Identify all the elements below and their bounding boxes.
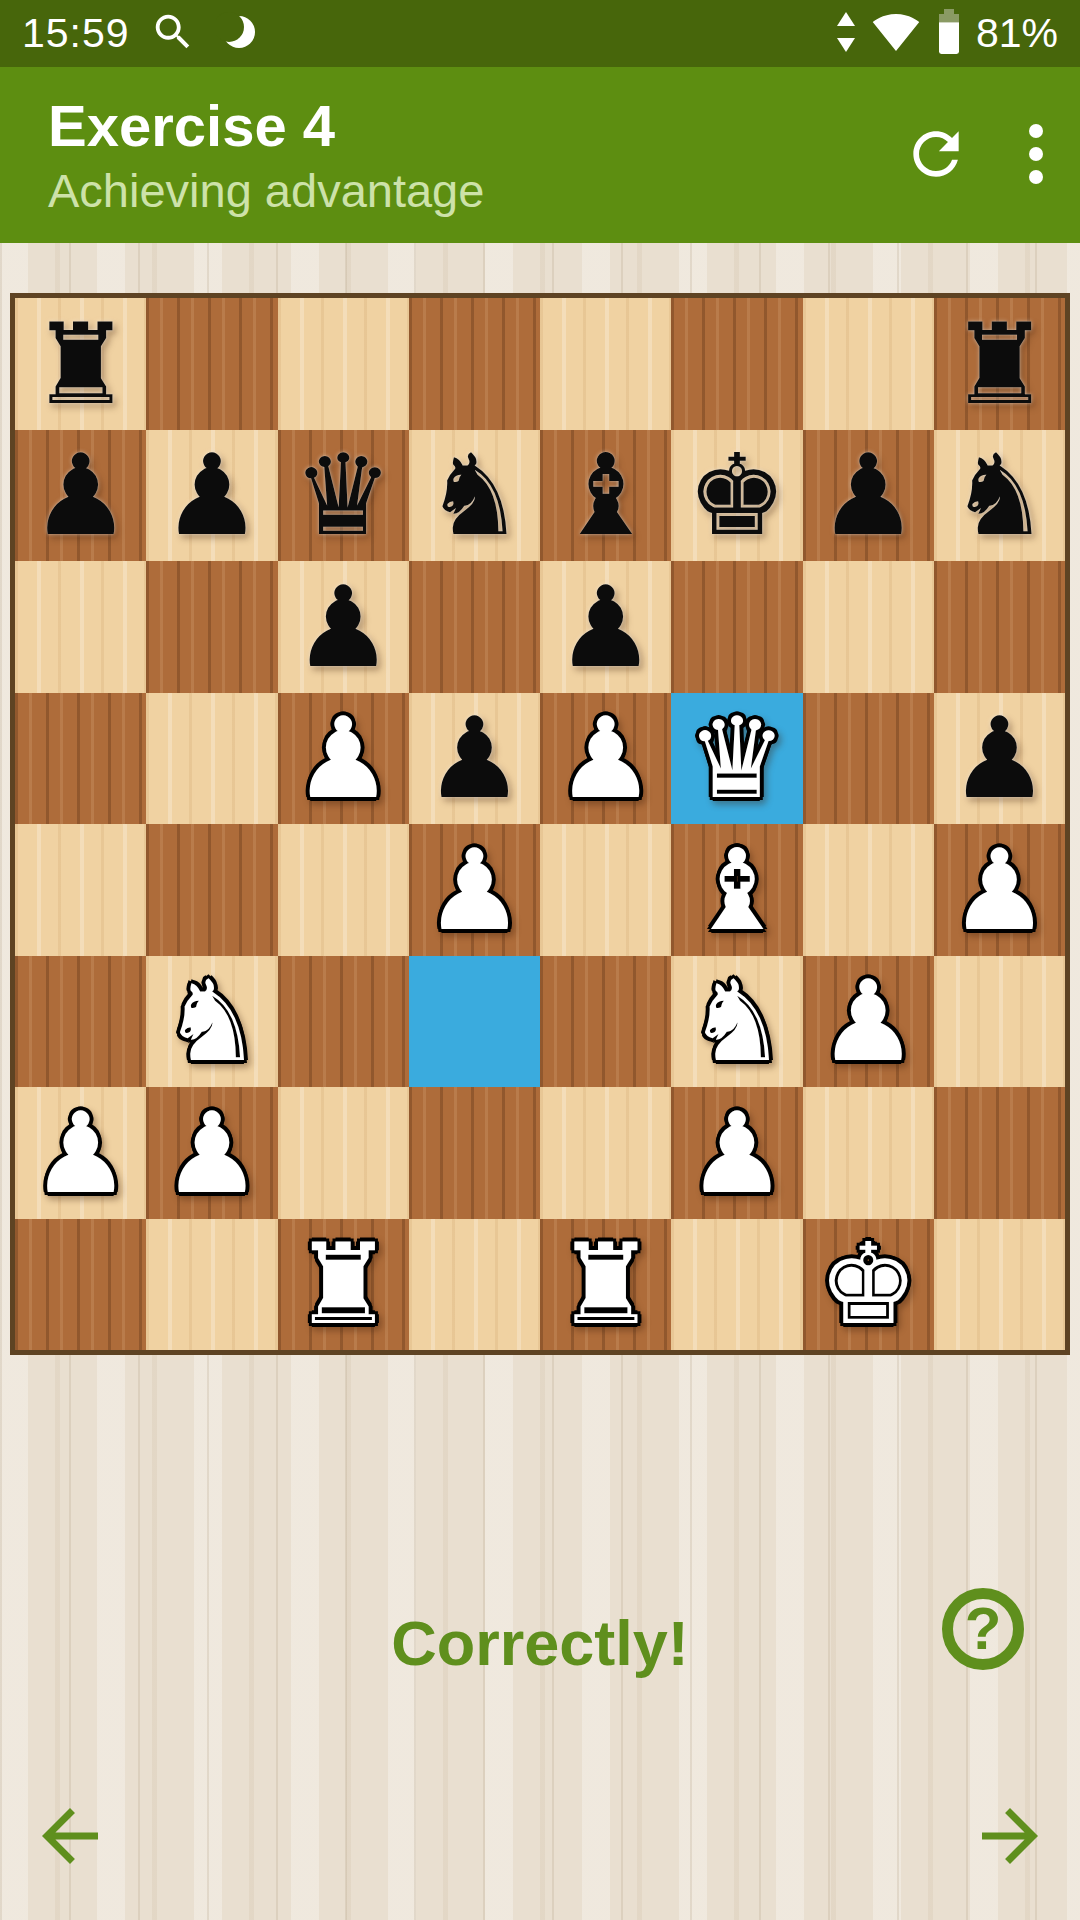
overflow-menu-button[interactable] xyxy=(1028,123,1044,188)
square-e4[interactable] xyxy=(540,824,671,956)
arrow-right-icon xyxy=(966,1866,1054,1881)
square-f2[interactable]: ♟ xyxy=(671,1087,802,1219)
square-b7[interactable]: ♟ xyxy=(146,430,277,562)
help-button[interactable]: ? xyxy=(942,1588,1024,1670)
square-h1[interactable] xyxy=(934,1219,1065,1351)
app-bar-titles: Exercise 4 Achieving advantage xyxy=(48,97,484,214)
square-d4[interactable]: ♟ xyxy=(409,824,540,956)
white-rook-c1: ♜ xyxy=(293,1228,393,1340)
white-pawn-h4: ♟ xyxy=(949,834,1049,946)
clock: 15:59 xyxy=(22,10,130,57)
square-f3[interactable]: ♞ xyxy=(671,956,802,1088)
square-h8[interactable]: ♜ xyxy=(934,298,1065,430)
white-pawn-g3: ♟ xyxy=(818,965,918,1077)
square-e3[interactable] xyxy=(540,956,671,1088)
square-g6[interactable] xyxy=(803,561,934,693)
app-bar: Exercise 4 Achieving advantage xyxy=(0,67,1080,243)
square-b8[interactable] xyxy=(146,298,277,430)
black-pawn-g7: ♟ xyxy=(818,439,918,551)
arrow-left-icon xyxy=(26,1866,114,1881)
square-c4[interactable] xyxy=(278,824,409,956)
square-b1[interactable] xyxy=(146,1219,277,1351)
square-a3[interactable] xyxy=(15,956,146,1088)
black-bishop-e7: ♝ xyxy=(555,439,655,551)
square-a5[interactable] xyxy=(15,693,146,825)
square-d3[interactable] xyxy=(409,956,540,1088)
square-b4[interactable] xyxy=(146,824,277,956)
black-pawn-b7: ♟ xyxy=(162,439,262,551)
white-knight-b3: ♞ xyxy=(162,965,262,1077)
square-g5[interactable] xyxy=(803,693,934,825)
page-subtitle: Achieving advantage xyxy=(48,167,484,214)
square-h4[interactable]: ♟ xyxy=(934,824,1065,956)
square-c1[interactable]: ♜ xyxy=(278,1219,409,1351)
black-knight-d7: ♞ xyxy=(424,439,524,551)
black-rook-h8: ♜ xyxy=(949,308,1049,420)
status-bar-right: 81% xyxy=(834,8,1058,60)
square-g3[interactable]: ♟ xyxy=(803,956,934,1088)
black-knight-h7: ♞ xyxy=(949,439,1049,551)
square-a1[interactable] xyxy=(15,1219,146,1351)
square-g1[interactable]: ♚ xyxy=(803,1219,934,1351)
square-f8[interactable] xyxy=(671,298,802,430)
network-activity-icon xyxy=(834,8,858,60)
square-e8[interactable] xyxy=(540,298,671,430)
square-a7[interactable]: ♟ xyxy=(15,430,146,562)
black-pawn-e6: ♟ xyxy=(555,571,655,683)
question-mark-icon: ? xyxy=(965,1599,1002,1659)
square-b3[interactable]: ♞ xyxy=(146,956,277,1088)
square-d5[interactable]: ♟ xyxy=(409,693,540,825)
square-b6[interactable] xyxy=(146,561,277,693)
square-c2[interactable] xyxy=(278,1087,409,1219)
square-d1[interactable] xyxy=(409,1219,540,1351)
white-knight-f3: ♞ xyxy=(687,965,787,1077)
refresh-button[interactable] xyxy=(902,120,970,191)
square-d2[interactable] xyxy=(409,1087,540,1219)
white-king-g1: ♚ xyxy=(818,1228,918,1340)
black-queen-c7: ♛ xyxy=(293,439,393,551)
square-b5[interactable] xyxy=(146,693,277,825)
square-e5[interactable]: ♟ xyxy=(540,693,671,825)
square-h5[interactable]: ♟ xyxy=(934,693,1065,825)
square-d6[interactable] xyxy=(409,561,540,693)
black-pawn-h5: ♟ xyxy=(949,702,1049,814)
battery-icon xyxy=(934,8,964,60)
wifi-icon xyxy=(870,10,922,58)
chess-board: ♜♜♟♟♛♞♝♚♟♞♟♟♟♟♟♛♟♟♝♟♞♞♟♟♟♟♜♜♚ xyxy=(10,293,1070,1355)
square-h2[interactable] xyxy=(934,1087,1065,1219)
square-f4[interactable]: ♝ xyxy=(671,824,802,956)
white-bishop-f4: ♝ xyxy=(687,834,787,946)
next-exercise-button[interactable] xyxy=(966,1794,1054,1878)
black-pawn-c6: ♟ xyxy=(293,571,393,683)
square-f7[interactable]: ♚ xyxy=(671,430,802,562)
battery-percent: 81% xyxy=(976,10,1058,57)
square-d8[interactable] xyxy=(409,298,540,430)
black-rook-a8: ♜ xyxy=(30,308,130,420)
square-e1[interactable]: ♜ xyxy=(540,1219,671,1351)
status-bar: 15:59 xyxy=(0,0,1080,67)
square-a4[interactable] xyxy=(15,824,146,956)
black-king-f7: ♚ xyxy=(687,439,787,551)
phone-screen: 15:59 xyxy=(0,0,1080,1920)
square-e6[interactable]: ♟ xyxy=(540,561,671,693)
square-h6[interactable] xyxy=(934,561,1065,693)
app-bar-actions xyxy=(902,120,1044,191)
square-a2[interactable]: ♟ xyxy=(15,1087,146,1219)
night-mode-icon xyxy=(216,11,258,57)
square-f5[interactable]: ♛ xyxy=(671,693,802,825)
search-icon xyxy=(150,9,196,59)
black-pawn-a7: ♟ xyxy=(30,439,130,551)
square-b2[interactable]: ♟ xyxy=(146,1087,277,1219)
square-g4[interactable] xyxy=(803,824,934,956)
square-e7[interactable]: ♝ xyxy=(540,430,671,562)
page-title: Exercise 4 xyxy=(48,97,484,155)
square-c6[interactable]: ♟ xyxy=(278,561,409,693)
square-a8[interactable]: ♜ xyxy=(15,298,146,430)
white-queen-f5: ♛ xyxy=(687,702,787,814)
feedback-message: Correctly! xyxy=(0,1607,1080,1679)
square-h7[interactable]: ♞ xyxy=(934,430,1065,562)
previous-exercise-button[interactable] xyxy=(26,1794,114,1878)
white-pawn-e5: ♟ xyxy=(555,702,655,814)
refresh-icon xyxy=(902,120,970,191)
status-bar-left: 15:59 xyxy=(22,9,258,59)
white-pawn-b2: ♟ xyxy=(162,1097,262,1209)
square-d7[interactable]: ♞ xyxy=(409,430,540,562)
black-pawn-d5: ♟ xyxy=(424,702,524,814)
white-pawn-d4: ♟ xyxy=(424,834,524,946)
square-g2[interactable] xyxy=(803,1087,934,1219)
square-f6[interactable] xyxy=(671,561,802,693)
white-rook-e1: ♜ xyxy=(555,1228,655,1340)
white-pawn-f2: ♟ xyxy=(687,1097,787,1209)
square-c8[interactable] xyxy=(278,298,409,430)
square-c3[interactable] xyxy=(278,956,409,1088)
square-c5[interactable]: ♟ xyxy=(278,693,409,825)
square-f1[interactable] xyxy=(671,1219,802,1351)
square-g7[interactable]: ♟ xyxy=(803,430,934,562)
overflow-menu-icon xyxy=(1028,123,1044,188)
white-pawn-c5: ♟ xyxy=(293,702,393,814)
square-h3[interactable] xyxy=(934,956,1065,1088)
square-c7[interactable]: ♛ xyxy=(278,430,409,562)
square-a6[interactable] xyxy=(15,561,146,693)
white-pawn-a2: ♟ xyxy=(30,1097,130,1209)
square-e2[interactable] xyxy=(540,1087,671,1219)
square-g8[interactable] xyxy=(803,298,934,430)
